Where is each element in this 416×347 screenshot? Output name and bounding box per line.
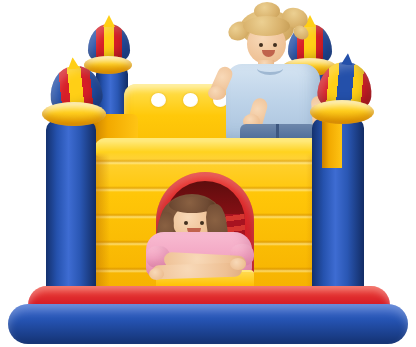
base-blue-platform: [8, 304, 408, 344]
porthole-1: [151, 93, 166, 107]
tower-front-left-column: [46, 120, 96, 312]
tower-front-right-ring: [310, 100, 374, 124]
girl-eye-left: [184, 221, 188, 225]
tower-front-left-ring: [42, 102, 106, 126]
porthole-2: [183, 93, 198, 107]
bounce-castle-photo: [0, 0, 416, 347]
dome-tip: [67, 57, 80, 70]
boy-left-hand: [208, 86, 226, 100]
boy-eye-left: [259, 43, 263, 47]
dome-tip: [341, 53, 354, 66]
dome-tip: [103, 15, 115, 27]
boy-eye-right: [273, 43, 277, 47]
girl-hand-right: [230, 258, 246, 270]
girl-hand-left: [149, 268, 164, 280]
boy-bangs: [243, 16, 290, 36]
girl-eye-right: [200, 221, 204, 225]
boy-collar: [257, 62, 283, 75]
